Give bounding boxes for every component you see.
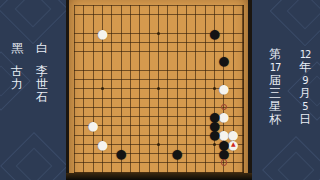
white-stone-glyph: ● xyxy=(97,28,108,37)
black-stone: ● xyxy=(117,149,126,158)
triangle-marker: ▲ xyxy=(231,141,236,147)
date-label: 12年9月5日 xyxy=(296,48,314,126)
vertical-text-char: 白 xyxy=(36,42,48,55)
black-stone-glyph: ● xyxy=(218,148,229,157)
go-board[interactable]: ●●●●●●▲●●●●●●●●●●● xyxy=(66,0,252,180)
event-panel: 12年9月5日 第17届三星杯 xyxy=(252,0,320,180)
white-stone: ● xyxy=(98,139,107,148)
circle-marker-ring xyxy=(221,104,228,111)
black-stone-glyph: ● xyxy=(172,148,183,157)
black-stone: ● xyxy=(219,149,228,158)
black-player-label: 黑古力 xyxy=(9,42,25,91)
vertical-text-char: 日 xyxy=(299,113,311,126)
black-stone: ● xyxy=(219,56,228,65)
cloud-motif xyxy=(0,132,66,180)
black-stone-glyph: ● xyxy=(116,148,127,157)
white-stone: ● xyxy=(219,112,228,121)
vertical-text-char: 第 xyxy=(269,48,281,61)
goban-grid: ●●●●●●▲●●●●●●●●●●● xyxy=(70,1,247,177)
white-stone: ●▲ xyxy=(229,139,238,148)
video-frame[interactable]: 白李世石 黑古力 12年9月5日 第17届三星杯 ●●●●●●▲●●●●●●●●… xyxy=(0,0,320,180)
white-stone: ● xyxy=(219,84,228,93)
circle-marker xyxy=(219,158,228,167)
vertical-text-char: 力 xyxy=(11,78,23,91)
vertical-text-char: 石 xyxy=(36,91,48,104)
vertical-text-char: 黑 xyxy=(11,42,23,55)
event-name-label: 第17届三星杯 xyxy=(266,48,284,126)
cloud-motif xyxy=(0,0,66,44)
white-stone-glyph: ● xyxy=(97,139,108,148)
vertical-text-char: 年 xyxy=(299,61,311,74)
cloud-motif xyxy=(270,0,320,46)
letterbox-bar xyxy=(66,173,252,180)
black-stone-glyph: ● xyxy=(209,28,220,37)
circle-marker xyxy=(219,102,228,111)
black-stone: ● xyxy=(173,149,182,158)
white-stone: ● xyxy=(98,28,107,37)
players-panel: 白李世石 黑古力 xyxy=(0,0,66,180)
circle-marker-ring xyxy=(221,159,228,166)
white-stone-glyph: ● xyxy=(218,84,229,93)
black-stone-glyph: ● xyxy=(218,56,229,65)
vertical-text-char: 月 xyxy=(299,87,311,100)
vertical-text-char: 杯 xyxy=(269,113,281,126)
white-stone-glyph: ● xyxy=(88,121,99,130)
black-stone: ● xyxy=(210,28,219,37)
white-stone: ● xyxy=(89,121,98,130)
white-player-label: 白李世石 xyxy=(34,42,50,104)
cloud-motif xyxy=(262,136,320,180)
